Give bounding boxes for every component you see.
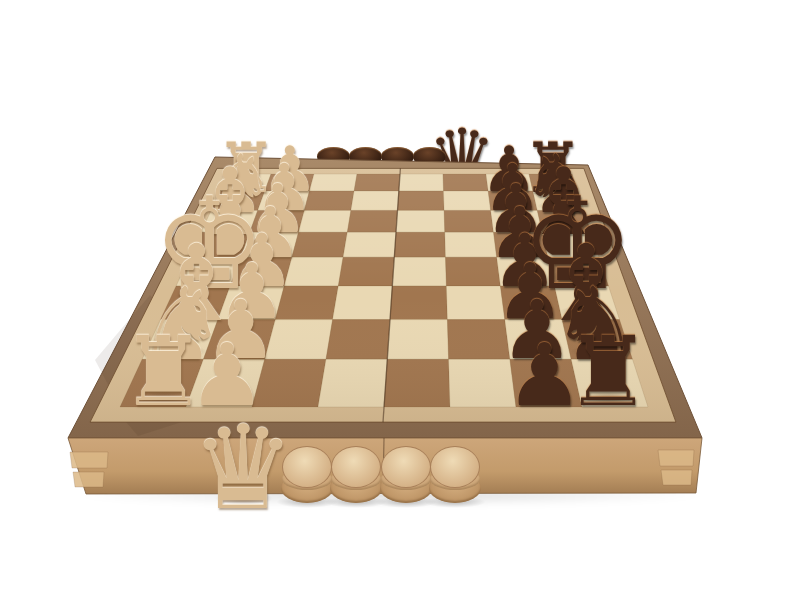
- top-checker: [331, 446, 381, 488]
- top-checker: [430, 446, 480, 488]
- top-checker: [282, 446, 332, 488]
- in-front-of-board-layer: ♛: [0, 0, 800, 600]
- top-checker: [381, 446, 431, 488]
- chess-set-photo: ♛ ♜♟♟♜♞♟♟♞♝♟♟♝♟♟♚♟♟♚♝♟♟♝♞♟♟♞♜♟♟♜ ♛ Foldi…: [0, 0, 800, 600]
- light-checker-stack[interactable]: [428, 446, 482, 510]
